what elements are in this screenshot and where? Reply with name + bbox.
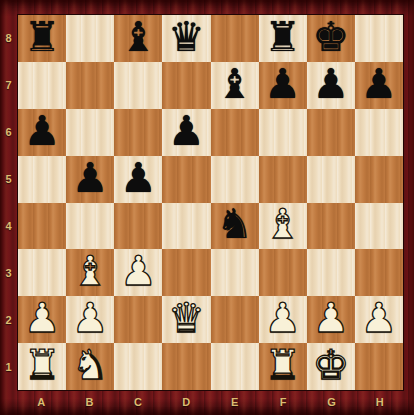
- square-d3[interactable]: [162, 249, 210, 296]
- square-c6[interactable]: [114, 109, 162, 156]
- square-a3[interactable]: [18, 249, 66, 296]
- piece-black-knight[interactable]: ♞: [216, 204, 253, 245]
- piece-black-bishop[interactable]: ♝: [216, 64, 253, 105]
- chess-board: ♜♝♛♜♚♝♟♟♟♟♟♟♟♞♝♝♟♟♟♛♟♟♟♜♞♜♚: [17, 14, 404, 391]
- square-f7[interactable]: ♟: [259, 62, 307, 109]
- piece-white-pawn[interactable]: ♟: [120, 251, 157, 292]
- square-g1[interactable]: ♚: [307, 343, 355, 390]
- square-e7[interactable]: ♝: [211, 62, 259, 109]
- square-d1[interactable]: [162, 343, 210, 390]
- square-f6[interactable]: [259, 109, 307, 156]
- square-d8[interactable]: ♛: [162, 15, 210, 62]
- square-h2[interactable]: ♟: [355, 296, 403, 343]
- square-h8[interactable]: [355, 15, 403, 62]
- square-h3[interactable]: [355, 249, 403, 296]
- piece-white-pawn[interactable]: ♟: [312, 298, 349, 339]
- square-h6[interactable]: [355, 109, 403, 156]
- rank-label-8: 8: [0, 14, 17, 61]
- file-label-e: E: [211, 391, 259, 412]
- file-label-h: H: [356, 391, 404, 412]
- square-d2[interactable]: ♛: [162, 296, 210, 343]
- square-c7[interactable]: [114, 62, 162, 109]
- square-g6[interactable]: [307, 109, 355, 156]
- square-f1[interactable]: ♜: [259, 343, 307, 390]
- file-label-a: A: [17, 391, 65, 412]
- square-c8[interactable]: ♝: [114, 15, 162, 62]
- piece-white-pawn[interactable]: ♟: [72, 298, 109, 339]
- rank-label-4: 4: [0, 203, 17, 250]
- piece-black-bishop[interactable]: ♝: [120, 17, 157, 58]
- square-a7[interactable]: [18, 62, 66, 109]
- square-b3[interactable]: ♝: [66, 249, 114, 296]
- square-a1[interactable]: ♜: [18, 343, 66, 390]
- piece-black-queen[interactable]: ♛: [168, 17, 205, 58]
- piece-black-pawn[interactable]: ♟: [312, 64, 349, 105]
- rank-label-6: 6: [0, 108, 17, 155]
- piece-white-pawn[interactable]: ♟: [264, 298, 301, 339]
- file-label-b: B: [65, 391, 113, 412]
- square-g7[interactable]: ♟: [307, 62, 355, 109]
- square-f4[interactable]: ♝: [259, 203, 307, 250]
- rank-label-7: 7: [0, 61, 17, 108]
- square-e4[interactable]: ♞: [211, 203, 259, 250]
- piece-black-pawn[interactable]: ♟: [168, 111, 205, 152]
- rank-label-3: 3: [0, 250, 17, 297]
- piece-black-pawn[interactable]: ♟: [120, 158, 157, 199]
- file-label-c: C: [114, 391, 162, 412]
- square-h1[interactable]: [355, 343, 403, 390]
- chess-board-frame: 87654321 ♜♝♛♜♚♝♟♟♟♟♟♟♟♞♝♝♟♟♟♛♟♟♟♜♞♜♚ ABC…: [0, 0, 414, 415]
- square-f5[interactable]: [259, 156, 307, 203]
- square-h5[interactable]: [355, 156, 403, 203]
- square-h7[interactable]: ♟: [355, 62, 403, 109]
- square-f3[interactable]: [259, 249, 307, 296]
- piece-white-pawn[interactable]: ♟: [24, 298, 61, 339]
- square-e6[interactable]: [211, 109, 259, 156]
- square-f8[interactable]: ♜: [259, 15, 307, 62]
- square-b8[interactable]: [66, 15, 114, 62]
- square-b5[interactable]: ♟: [66, 156, 114, 203]
- square-b7[interactable]: [66, 62, 114, 109]
- square-d7[interactable]: [162, 62, 210, 109]
- square-f2[interactable]: ♟: [259, 296, 307, 343]
- piece-white-king[interactable]: ♚: [312, 345, 349, 386]
- square-a4[interactable]: [18, 203, 66, 250]
- piece-black-pawn[interactable]: ♟: [24, 111, 61, 152]
- square-d6[interactable]: ♟: [162, 109, 210, 156]
- piece-white-knight[interactable]: ♞: [72, 345, 109, 386]
- file-label-d: D: [162, 391, 210, 412]
- square-e8[interactable]: [211, 15, 259, 62]
- piece-black-pawn[interactable]: ♟: [264, 64, 301, 105]
- square-b1[interactable]: ♞: [66, 343, 114, 390]
- square-a2[interactable]: ♟: [18, 296, 66, 343]
- square-e2[interactable]: [211, 296, 259, 343]
- square-g2[interactable]: ♟: [307, 296, 355, 343]
- square-e1[interactable]: [211, 343, 259, 390]
- square-c4[interactable]: [114, 203, 162, 250]
- square-d5[interactable]: [162, 156, 210, 203]
- piece-black-rook[interactable]: ♜: [24, 17, 61, 58]
- piece-white-pawn[interactable]: ♟: [361, 298, 398, 339]
- square-g8[interactable]: ♚: [307, 15, 355, 62]
- piece-black-rook[interactable]: ♜: [264, 17, 301, 58]
- square-e3[interactable]: [211, 249, 259, 296]
- rank-label-2: 2: [0, 297, 17, 344]
- file-label-g: G: [307, 391, 355, 412]
- square-g3[interactable]: [307, 249, 355, 296]
- square-c1[interactable]: [114, 343, 162, 390]
- square-a6[interactable]: ♟: [18, 109, 66, 156]
- piece-white-rook[interactable]: ♜: [264, 345, 301, 386]
- square-b4[interactable]: [66, 203, 114, 250]
- piece-black-pawn[interactable]: ♟: [361, 64, 398, 105]
- rank-label-1: 1: [0, 344, 17, 391]
- square-c5[interactable]: ♟: [114, 156, 162, 203]
- square-c2[interactable]: [114, 296, 162, 343]
- square-b6[interactable]: [66, 109, 114, 156]
- square-a8[interactable]: ♜: [18, 15, 66, 62]
- square-e5[interactable]: [211, 156, 259, 203]
- piece-black-king[interactable]: ♚: [312, 17, 349, 58]
- square-c3[interactable]: ♟: [114, 249, 162, 296]
- file-label-f: F: [259, 391, 307, 412]
- piece-white-bishop[interactable]: ♝: [264, 204, 301, 245]
- square-a5[interactable]: [18, 156, 66, 203]
- square-h4[interactable]: [355, 203, 403, 250]
- square-b2[interactable]: ♟: [66, 296, 114, 343]
- square-g4[interactable]: [307, 203, 355, 250]
- square-d4[interactable]: [162, 203, 210, 250]
- file-labels: ABCDEFGH: [17, 391, 404, 412]
- square-g5[interactable]: [307, 156, 355, 203]
- piece-black-pawn[interactable]: ♟: [72, 158, 109, 199]
- rank-labels: 87654321: [0, 14, 17, 391]
- rank-label-5: 5: [0, 155, 17, 202]
- piece-white-rook[interactable]: ♜: [24, 345, 61, 386]
- piece-white-bishop[interactable]: ♝: [72, 251, 109, 292]
- piece-white-queen[interactable]: ♛: [168, 298, 205, 339]
